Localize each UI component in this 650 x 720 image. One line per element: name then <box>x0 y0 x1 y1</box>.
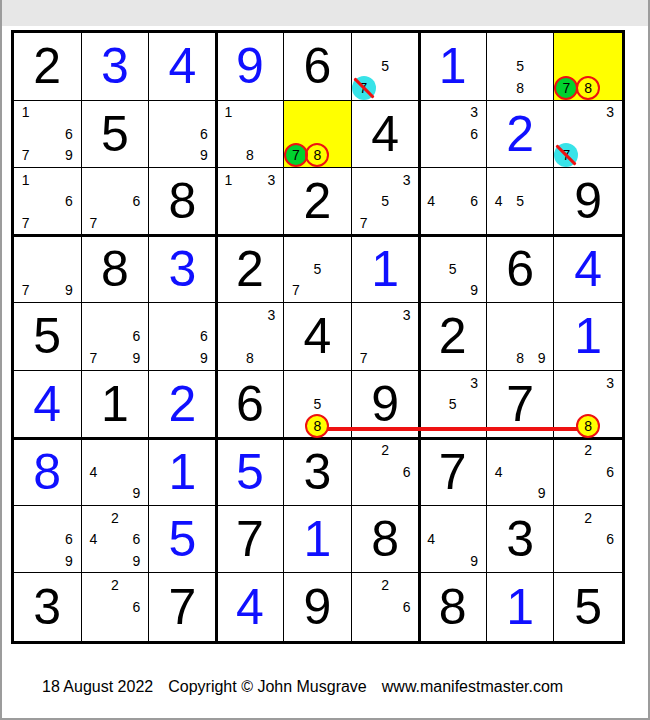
pencil-marks: 26 <box>353 574 418 640</box>
candidate-pos-9 <box>328 280 350 302</box>
candidate-pos-5 <box>239 123 261 145</box>
candidate-pos-3: 3 <box>463 102 485 124</box>
candidate-pos-7: 7 <box>353 212 375 234</box>
candidate-pos-3 <box>126 439 148 461</box>
mark-yellow-circle-8: 8 <box>305 414 329 438</box>
cell-r7c9[interactable]: 26 <box>554 438 622 506</box>
cell-r8c4[interactable]: 7 <box>217 506 285 574</box>
candidate-pos-4 <box>353 56 375 78</box>
candidate-pos-9 <box>396 618 418 640</box>
candidate-pos-9: 9 <box>126 347 148 369</box>
cell-r7c5[interactable]: 3 <box>284 438 352 506</box>
candidate-pos-3 <box>58 169 80 191</box>
cell-r7c3[interactable]: 1 <box>149 438 217 506</box>
solved-digit: 2 <box>487 101 554 168</box>
candidate-pos-2 <box>172 304 194 326</box>
cell-r3c4[interactable]: 13 <box>217 168 285 236</box>
candidate-pos-6 <box>599 56 621 78</box>
mark-red-circle-8: 8 <box>576 76 600 100</box>
candidate-pos-1 <box>488 169 510 191</box>
candidate-pos-1 <box>285 102 307 124</box>
candidate-pos-8 <box>442 415 464 437</box>
cell-r5c5[interactable]: 4 <box>284 303 352 371</box>
candidate-pos-1 <box>555 34 577 56</box>
candidate-pos-3 <box>328 237 350 259</box>
cell-r3c6[interactable]: 357 <box>352 168 420 236</box>
cell-r3c8[interactable]: 45 <box>487 168 555 236</box>
candidate-pos-8 <box>239 212 261 234</box>
candidate-pos-6: 6 <box>58 123 80 145</box>
candidate-pos-2 <box>239 169 261 191</box>
candidate-pos-5: 5 <box>307 393 329 415</box>
candidate-pos-5 <box>37 123 59 145</box>
cell-r9c2[interactable]: 26 <box>82 573 150 641</box>
candidate-pos-6: 6 <box>396 596 418 618</box>
cell-r4c4[interactable]: 2 <box>217 236 285 304</box>
candidate-pos-2: 2 <box>374 439 396 461</box>
candidate-pos-4 <box>420 123 442 145</box>
candidate-pos-5 <box>442 528 464 550</box>
cell-r3c7[interactable]: 46 <box>419 168 487 236</box>
pencil-marks: 37 <box>555 102 621 167</box>
candidate-pos-9 <box>126 618 148 640</box>
candidate-pos-8: 8 <box>239 347 261 369</box>
candidate-pos-6: 6 <box>126 191 148 213</box>
candidate-pos-4 <box>555 461 577 483</box>
candidate-pos-9 <box>396 77 418 99</box>
candidate-pos-5 <box>442 123 464 145</box>
candidate-pos-4 <box>285 258 307 280</box>
candidate-pos-1 <box>83 439 105 461</box>
candidate-pos-7: 7 <box>285 145 307 167</box>
cell-r3c9[interactable]: 9 <box>554 168 622 236</box>
cell-r9c5[interactable]: 9 <box>284 573 352 641</box>
mark-yellow-circle-8: 8 <box>576 414 600 438</box>
candidate-pos-9 <box>599 415 621 437</box>
candidate-pos-4 <box>150 326 172 348</box>
cell-r3c5[interactable]: 2 <box>284 168 352 236</box>
candidate-pos-7 <box>150 145 172 167</box>
cell-r9c7[interactable]: 8 <box>419 573 487 641</box>
pencil-marks: 26 <box>83 574 148 640</box>
candidate-pos-6 <box>463 528 485 550</box>
candidate-pos-3 <box>193 304 215 326</box>
box-divider-horizontal-1 <box>14 234 622 237</box>
cell-r2c9[interactable]: 37 <box>554 101 622 169</box>
candidate-pos-9 <box>599 145 621 167</box>
footer-date: 18 August 2022 <box>42 678 153 696</box>
cell-r2c2[interactable]: 5 <box>82 101 150 169</box>
cell-r6c1[interactable]: 4 <box>14 371 82 439</box>
candidate-pos-4 <box>353 326 375 348</box>
given-digit: 3 <box>284 438 351 505</box>
candidate-pos-4 <box>15 191 37 213</box>
candidate-pos-2: 2 <box>374 574 396 596</box>
candidate-pos-1 <box>150 304 172 326</box>
cell-r7c6[interactable]: 26 <box>352 438 420 506</box>
candidate-pos-5: 5 <box>442 258 464 280</box>
candidate-pos-7 <box>353 482 375 504</box>
candidate-pos-3: 3 <box>261 169 283 191</box>
candidate-pos-2: 2 <box>577 507 599 529</box>
cell-r5c1[interactable]: 5 <box>14 303 82 371</box>
candidate-pos-5: 5 <box>442 393 464 415</box>
candidate-pos-6 <box>126 461 148 483</box>
cell-r8c9[interactable]: 26 <box>554 506 622 574</box>
cell-r2c3[interactable]: 69 <box>149 101 217 169</box>
candidate-pos-3: 3 <box>396 304 418 326</box>
candidate-pos-1 <box>353 304 375 326</box>
given-digit: 6 <box>487 236 554 303</box>
candidate-pos-5 <box>577 123 599 145</box>
candidate-pos-5 <box>577 393 599 415</box>
given-digit: 6 <box>284 33 351 100</box>
candidate-pos-8 <box>374 618 396 640</box>
candidate-pos-9: 9 <box>58 145 80 167</box>
cell-r4c8[interactable]: 6 <box>487 236 555 304</box>
cell-r8c5[interactable]: 1 <box>284 506 352 574</box>
candidate-pos-1 <box>15 237 37 259</box>
candidate-pos-3 <box>126 574 148 596</box>
given-digit: 3 <box>14 573 81 641</box>
cell-r5c9[interactable]: 1 <box>554 303 622 371</box>
candidate-pos-6 <box>531 56 553 78</box>
candidate-pos-6: 6 <box>193 326 215 348</box>
candidate-pos-2 <box>577 372 599 394</box>
pencil-marks: 57 <box>353 34 418 99</box>
cell-r1c9[interactable]: 78 <box>554 33 622 101</box>
candidate-pos-1 <box>420 102 442 124</box>
candidate-pos-9 <box>463 145 485 167</box>
candidate-pos-4 <box>83 596 105 618</box>
cell-r7c4[interactable]: 5 <box>217 438 285 506</box>
candidate-pos-9 <box>58 212 80 234</box>
candidate-pos-4 <box>353 191 375 213</box>
candidate-pos-9 <box>599 482 621 504</box>
candidate-pos-7 <box>150 347 172 369</box>
cell-r9c9[interactable]: 5 <box>554 573 622 641</box>
candidate-pos-4 <box>83 326 105 348</box>
cell-r1c5[interactable]: 6 <box>284 33 352 101</box>
candidate-pos-5 <box>374 596 396 618</box>
cell-r7c7[interactable]: 7 <box>419 438 487 506</box>
cell-r5c8[interactable]: 89 <box>487 303 555 371</box>
candidate-pos-8: 8 <box>307 415 329 437</box>
solved-digit: 4 <box>149 33 216 100</box>
candidate-pos-8: 8 <box>509 77 531 99</box>
cell-r4c7[interactable]: 59 <box>419 236 487 304</box>
candidate-pos-4: 4 <box>488 191 510 213</box>
candidate-pos-6: 6 <box>599 461 621 483</box>
pencil-marks: 69 <box>15 507 80 572</box>
cell-r7c1[interactable]: 8 <box>14 438 82 506</box>
solved-digit: 9 <box>217 33 284 100</box>
cell-r8c2[interactable]: 2469 <box>82 506 150 574</box>
box-divider-vertical-1 <box>215 33 218 641</box>
cell-r4c9[interactable]: 4 <box>554 236 622 304</box>
cell-r6c6[interactable]: 9 <box>352 371 420 439</box>
cell-r4c3[interactable]: 3 <box>149 236 217 304</box>
elimination-strike-icon <box>353 77 374 98</box>
candidate-pos-4 <box>218 191 240 213</box>
cell-r5c6[interactable]: 37 <box>352 303 420 371</box>
cell-r8c7[interactable]: 49 <box>419 506 487 574</box>
cell-r9c3[interactable]: 7 <box>149 573 217 641</box>
cell-r2c1[interactable]: 1679 <box>14 101 82 169</box>
cell-r1c1[interactable]: 2 <box>14 33 82 101</box>
candidate-pos-8 <box>442 212 464 234</box>
cell-r2c4[interactable]: 18 <box>217 101 285 169</box>
given-digit: 9 <box>352 371 419 438</box>
mark-cyan-cross-7: 7 <box>554 143 578 167</box>
cell-r2c5[interactable]: 78 <box>284 101 352 169</box>
candidate-pos-8 <box>374 482 396 504</box>
candidate-pos-2 <box>239 102 261 124</box>
candidate-pos-5 <box>577 528 599 550</box>
pencil-marks: 49 <box>83 439 148 504</box>
candidate-pos-5: 5 <box>509 191 531 213</box>
given-digit: 8 <box>149 168 216 235</box>
candidate-pos-7 <box>420 280 442 302</box>
cell-r9c4[interactable]: 4 <box>217 573 285 641</box>
cell-r3c1[interactable]: 167 <box>14 168 82 236</box>
candidate-pos-9: 9 <box>193 145 215 167</box>
candidate-pos-6 <box>396 56 418 78</box>
candidate-pos-9 <box>261 347 283 369</box>
candidate-pos-5 <box>239 191 261 213</box>
candidate-pos-5 <box>104 326 126 348</box>
candidate-pos-6 <box>261 191 283 213</box>
footer-copyright: Copyright © John Musgrave <box>168 678 367 696</box>
given-digit: 7 <box>149 573 216 641</box>
candidate-pos-2 <box>577 34 599 56</box>
candidate-pos-4: 4 <box>83 528 105 550</box>
cell-r9c6[interactable]: 26 <box>352 573 420 641</box>
given-digit: 7 <box>487 371 554 438</box>
candidate-pos-7 <box>218 347 240 369</box>
candidate-pos-7: 7 <box>285 280 307 302</box>
pencil-marks: 67 <box>83 169 148 234</box>
candidate-pos-4 <box>353 461 375 483</box>
candidate-pos-3 <box>396 574 418 596</box>
candidate-pos-2 <box>37 169 59 191</box>
candidate-pos-9 <box>126 212 148 234</box>
candidate-pos-8 <box>374 212 396 234</box>
cell-r5c4[interactable]: 38 <box>217 303 285 371</box>
cell-r1c3[interactable]: 4 <box>149 33 217 101</box>
solved-digit: 3 <box>149 236 216 303</box>
candidate-pos-3 <box>531 34 553 56</box>
candidate-pos-5 <box>172 326 194 348</box>
cell-r5c2[interactable]: 679 <box>82 303 150 371</box>
candidate-pos-5 <box>104 461 126 483</box>
candidate-pos-2 <box>104 169 126 191</box>
given-digit: 5 <box>554 573 622 641</box>
sudoku-app-screen: 2349657158781679569187843623716767813235… <box>0 0 650 720</box>
candidate-pos-7: 7 <box>15 212 37 234</box>
candidate-pos-1 <box>555 439 577 461</box>
pencil-marks: 13 <box>218 169 283 234</box>
candidate-pos-6: 6 <box>599 528 621 550</box>
solved-digit: 1 <box>487 573 554 641</box>
candidate-pos-9: 9 <box>126 482 148 504</box>
cell-r7c8[interactable]: 49 <box>487 438 555 506</box>
candidate-pos-7 <box>488 212 510 234</box>
footer: 18 August 2022 Copyright © John Musgrave… <box>42 678 563 696</box>
candidate-pos-8 <box>104 212 126 234</box>
given-digit: 3 <box>487 506 554 573</box>
cell-r4c6[interactable]: 1 <box>352 236 420 304</box>
candidate-pos-5: 5 <box>374 191 396 213</box>
candidate-pos-7: 7 <box>83 347 105 369</box>
pencil-marks: 36 <box>420 102 485 167</box>
given-digit: 2 <box>284 168 351 235</box>
candidate-pos-1 <box>488 439 510 461</box>
mark-green-circle-7: 7 <box>554 76 578 100</box>
candidate-pos-4: 4 <box>420 191 442 213</box>
cell-r1c6[interactable]: 57 <box>352 33 420 101</box>
candidate-pos-6 <box>463 393 485 415</box>
solved-digit: 8 <box>14 438 81 505</box>
candidate-pos-6: 6 <box>396 461 418 483</box>
elimination-strike-icon <box>556 145 577 166</box>
candidate-pos-1: 1 <box>218 169 240 191</box>
candidate-pos-8 <box>104 482 126 504</box>
candidate-pos-7 <box>15 550 37 572</box>
pencil-marks: 78 <box>285 102 350 167</box>
candidate-pos-6: 6 <box>463 123 485 145</box>
pencil-marks: 37 <box>353 304 418 369</box>
candidate-pos-7: 7 <box>15 280 37 302</box>
cell-r1c4[interactable]: 9 <box>217 33 285 101</box>
given-digit: 2 <box>217 236 284 303</box>
candidate-pos-9: 9 <box>58 280 80 302</box>
candidate-pos-3 <box>328 372 350 394</box>
cell-r8c6[interactable]: 8 <box>352 506 420 574</box>
pencil-marks: 79 <box>15 237 80 302</box>
candidate-pos-9 <box>396 482 418 504</box>
candidate-pos-2 <box>442 169 464 191</box>
candidate-pos-1 <box>353 169 375 191</box>
candidate-pos-3 <box>328 102 350 124</box>
cell-r3c2[interactable]: 67 <box>82 168 150 236</box>
pencil-marks: 49 <box>488 439 553 504</box>
pencil-marks: 167 <box>15 169 80 234</box>
candidate-pos-8 <box>374 77 396 99</box>
candidate-pos-3: 3 <box>261 304 283 326</box>
candidate-pos-1 <box>555 507 577 529</box>
cell-r7c2[interactable]: 49 <box>82 438 150 506</box>
cell-r4c5[interactable]: 57 <box>284 236 352 304</box>
candidate-pos-3 <box>58 237 80 259</box>
candidate-pos-6 <box>599 393 621 415</box>
cell-r1c8[interactable]: 58 <box>487 33 555 101</box>
candidate-pos-5: 5 <box>307 258 329 280</box>
candidate-pos-5 <box>37 191 59 213</box>
cell-r6c7[interactable]: 35 <box>419 371 487 439</box>
candidate-pos-6 <box>261 326 283 348</box>
cell-r6c5[interactable]: 58 <box>284 371 352 439</box>
candidate-pos-6: 6 <box>126 596 148 618</box>
cell-r9c8[interactable]: 1 <box>487 573 555 641</box>
cell-r2c7[interactable]: 36 <box>419 101 487 169</box>
candidate-pos-1 <box>420 237 442 259</box>
candidate-pos-5 <box>509 326 531 348</box>
cell-r8c1[interactable]: 69 <box>14 506 82 574</box>
cell-r9c1[interactable]: 3 <box>14 573 82 641</box>
candidate-pos-4 <box>555 393 577 415</box>
candidate-pos-5 <box>509 461 531 483</box>
candidate-pos-1 <box>150 102 172 124</box>
cell-r6c8[interactable]: 7 <box>487 371 555 439</box>
pencil-marks: 69 <box>150 102 215 167</box>
cell-r2c6[interactable]: 4 <box>352 101 420 169</box>
cell-r8c3[interactable]: 5 <box>149 506 217 574</box>
cell-r6c4[interactable]: 6 <box>217 371 285 439</box>
pencil-marks: 89 <box>488 304 553 369</box>
pencil-marks: 679 <box>83 304 148 369</box>
cell-r4c2[interactable]: 8 <box>82 236 150 304</box>
candidate-pos-8 <box>577 550 599 572</box>
candidate-pos-4 <box>488 326 510 348</box>
cell-r5c7[interactable]: 2 <box>419 303 487 371</box>
candidate-pos-3 <box>261 102 283 124</box>
pencil-marks: 357 <box>353 169 418 234</box>
candidate-pos-1 <box>83 574 105 596</box>
candidate-pos-2 <box>509 304 531 326</box>
given-digit: 6 <box>217 371 284 438</box>
cell-r3c3[interactable]: 8 <box>149 168 217 236</box>
candidate-pos-8 <box>104 347 126 369</box>
given-digit: 7 <box>419 438 486 505</box>
candidate-pos-7 <box>83 550 105 572</box>
candidate-pos-9: 9 <box>531 347 553 369</box>
candidate-pos-9 <box>261 212 283 234</box>
candidate-pos-7 <box>285 415 307 437</box>
candidate-pos-2 <box>239 304 261 326</box>
cell-r8c8[interactable]: 3 <box>487 506 555 574</box>
cell-r6c3[interactable]: 2 <box>149 371 217 439</box>
candidate-pos-7 <box>420 550 442 572</box>
candidate-pos-7: 7 <box>83 212 105 234</box>
cell-r6c2[interactable]: 1 <box>82 371 150 439</box>
candidate-pos-8: 8 <box>577 415 599 437</box>
cell-r2c8[interactable]: 2 <box>487 101 555 169</box>
candidate-pos-1 <box>83 169 105 191</box>
candidate-pos-7 <box>555 415 577 437</box>
pencil-marks: 18 <box>218 102 283 167</box>
candidate-pos-7: 7 <box>353 347 375 369</box>
candidate-pos-6 <box>396 191 418 213</box>
solved-digit: 1 <box>284 506 351 573</box>
solved-digit: 3 <box>82 33 149 100</box>
candidate-pos-5 <box>442 191 464 213</box>
cell-r5c3[interactable]: 69 <box>149 303 217 371</box>
solved-digit: 1 <box>149 438 216 505</box>
candidate-pos-3 <box>463 169 485 191</box>
cell-r4c1[interactable]: 79 <box>14 236 82 304</box>
candidate-pos-6 <box>396 326 418 348</box>
solved-digit: 5 <box>149 506 216 573</box>
given-digit: 8 <box>352 506 419 573</box>
candidate-pos-8 <box>307 280 329 302</box>
cell-r6c9[interactable]: 38 <box>554 371 622 439</box>
cell-r1c7[interactable]: 1 <box>419 33 487 101</box>
cell-r1c2[interactable]: 3 <box>82 33 150 101</box>
candidate-pos-8 <box>172 145 194 167</box>
candidate-pos-5 <box>37 258 59 280</box>
candidate-pos-8 <box>509 212 531 234</box>
